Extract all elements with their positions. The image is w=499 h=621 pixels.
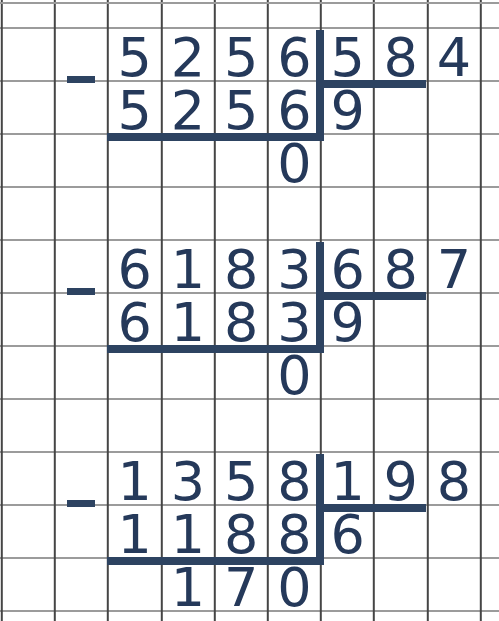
subtrahend-underline	[107, 557, 324, 565]
grid-top-line	[0, 2, 499, 4]
remainder-digit: 1	[161, 558, 214, 611]
subtrahend-digit: 1	[108, 505, 161, 558]
dividend-digit: 3	[268, 240, 321, 293]
dividend-digit: 6	[108, 240, 161, 293]
divisor-underline	[316, 292, 426, 300]
divisor-digit: 7	[427, 240, 480, 293]
divisor-digit: 9	[374, 452, 427, 505]
divisor-digit: 8	[374, 28, 427, 81]
subtrahend-digit: 5	[108, 81, 161, 134]
subtrahend-digit: 3	[268, 293, 321, 346]
dividend-digit: 2	[161, 28, 214, 81]
divisor-digit: 8	[427, 452, 480, 505]
dividend-digit: 3	[161, 452, 214, 505]
dividend-digit: 5	[108, 28, 161, 81]
dividend-digit: 1	[161, 240, 214, 293]
subtrahend-underline	[107, 133, 324, 141]
subtrahend-digit: 5	[215, 81, 268, 134]
dividend-digit: 1	[108, 452, 161, 505]
subtrahend-digit: 8	[215, 293, 268, 346]
divisor-digit: 1	[321, 452, 374, 505]
minus-sign	[67, 76, 95, 83]
remainder-digit: 0	[268, 134, 321, 187]
subtrahend-digit: 2	[161, 81, 214, 134]
subtrahend-digit: 8	[215, 505, 268, 558]
divisor-digit: 8	[374, 240, 427, 293]
divisor-digit: 5	[321, 28, 374, 81]
subtrahend-digit: 1	[161, 293, 214, 346]
remainder-digit: 7	[215, 558, 268, 611]
squared-paper-board: 5256584525690 6183687618390 135819811886…	[0, 0, 499, 621]
subtrahend-digit: 6	[108, 293, 161, 346]
dividend-digit: 8	[268, 452, 321, 505]
subtrahend-underline	[107, 345, 324, 353]
dividend-digit: 5	[215, 28, 268, 81]
divisor-underline	[316, 504, 426, 512]
divisor-underline	[316, 80, 426, 88]
subtrahend-digit: 6	[268, 81, 321, 134]
minus-sign	[67, 288, 95, 295]
divisor-digit: 4	[427, 28, 480, 81]
quotient-digit: 9	[321, 81, 374, 134]
subtrahend-digit: 8	[268, 505, 321, 558]
dividend-digit: 5	[215, 452, 268, 505]
dividend-digit: 8	[215, 240, 268, 293]
remainder-digit: 0	[268, 558, 321, 611]
quotient-digit: 9	[321, 293, 374, 346]
minus-sign	[67, 500, 95, 507]
quotient-digit: 6	[321, 505, 374, 558]
remainder-digit: 0	[268, 346, 321, 399]
divisor-digit: 6	[321, 240, 374, 293]
subtrahend-digit: 1	[161, 505, 214, 558]
dividend-digit: 6	[268, 28, 321, 81]
